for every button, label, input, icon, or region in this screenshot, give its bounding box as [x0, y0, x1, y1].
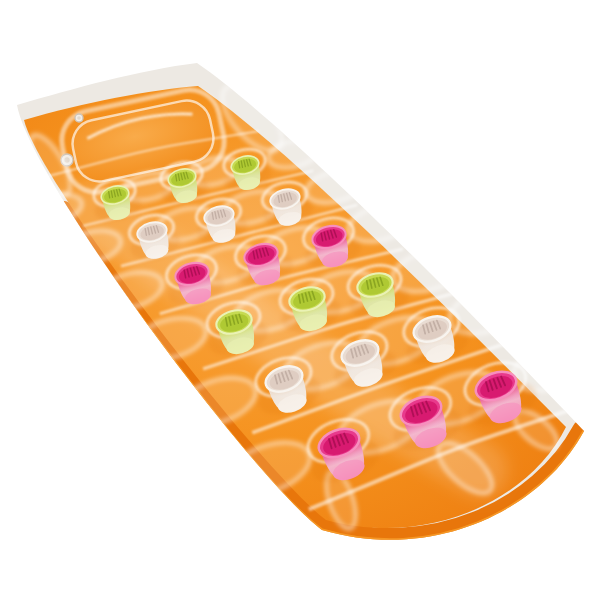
air-valve-2	[75, 114, 83, 122]
product-photo	[0, 0, 600, 600]
pool-float-illustration	[0, 0, 600, 600]
